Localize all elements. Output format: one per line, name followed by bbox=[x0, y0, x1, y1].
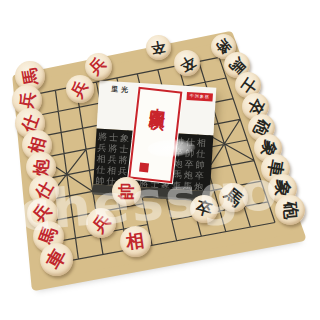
piece-red-兵[interactable]: 兵 bbox=[66, 75, 94, 103]
product-photo: 界 將士象車馬炮卒帥仕相兵將士象車馬炮卒帥仕相兵將士象車馬炮卒帥仕相兵將士象車馬… bbox=[0, 0, 320, 320]
pattern-character: 兵 bbox=[118, 166, 128, 177]
pattern-character: 仕 bbox=[96, 164, 106, 175]
pattern-character: 炮 bbox=[173, 158, 183, 169]
piece-black-卒[interactable]: 卒 bbox=[190, 195, 218, 223]
pattern-character: 將 bbox=[118, 155, 128, 166]
pattern-character: 兵 bbox=[97, 143, 107, 154]
piece-character: 卒 bbox=[176, 51, 198, 75]
piece-character: 兵 bbox=[67, 77, 93, 101]
piece-black-卒[interactable]: 卒 bbox=[146, 35, 171, 60]
box-title-text: 中国象棋 bbox=[130, 93, 179, 181]
piece-character: 相 bbox=[124, 228, 145, 254]
piece-character: 炮 bbox=[29, 158, 53, 177]
pattern-character: 相 bbox=[107, 165, 117, 176]
piece-character: 砲 bbox=[278, 201, 302, 220]
pattern-character: 炮 bbox=[184, 170, 194, 181]
piece-black-砲[interactable]: 砲 bbox=[275, 195, 305, 225]
piece-black-卒[interactable]: 卒 bbox=[174, 50, 200, 76]
piece-black-馬[interactable]: 馬 bbox=[219, 183, 248, 212]
pattern-character: 相 bbox=[197, 138, 207, 149]
pattern-character: 帥 bbox=[195, 160, 205, 171]
box-brand-label: 里光 bbox=[111, 84, 132, 95]
piece-red-車[interactable]: 車 bbox=[40, 243, 73, 276]
pattern-character: 象 bbox=[120, 133, 130, 144]
pattern-character: 兵 bbox=[107, 154, 117, 165]
piece-character: 卒 bbox=[150, 37, 167, 57]
seal-stamp-icon bbox=[139, 162, 149, 172]
piece-red-相[interactable]: 相 bbox=[120, 226, 151, 257]
piece-red-兵[interactable]: 兵 bbox=[86, 208, 116, 238]
piece-character: 卒 bbox=[194, 197, 215, 221]
pattern-character: 將 bbox=[108, 143, 118, 154]
piece-red-帥[interactable]: 帥 bbox=[112, 177, 141, 206]
pattern-character: 士 bbox=[109, 132, 119, 143]
pattern-character: 相 bbox=[96, 154, 106, 165]
pattern-character: 卒 bbox=[195, 171, 205, 182]
piece-character: 馬 bbox=[17, 66, 43, 87]
pattern-character: 士 bbox=[119, 144, 129, 155]
piece-character: 帥 bbox=[115, 183, 138, 200]
box-corner-badge: 中国象棋 bbox=[187, 92, 213, 102]
retail-box[interactable]: 將士象車馬炮卒帥仕相兵將士象車馬炮卒帥仕相兵將士象車馬炮卒帥仕相兵將士象車馬炮卒… bbox=[93, 81, 217, 200]
pattern-character: 卒 bbox=[184, 159, 194, 170]
piece-red-兵[interactable]: 兵 bbox=[85, 53, 112, 80]
piece-character: 馬 bbox=[219, 183, 247, 212]
pattern-character: 仕 bbox=[196, 149, 206, 160]
piece-character: 車 bbox=[40, 244, 72, 273]
pattern-character: 將 bbox=[98, 132, 108, 143]
piece-character: 兵 bbox=[87, 209, 116, 237]
piece-character: 兵 bbox=[85, 53, 111, 79]
pattern-character: 馬 bbox=[173, 169, 183, 180]
